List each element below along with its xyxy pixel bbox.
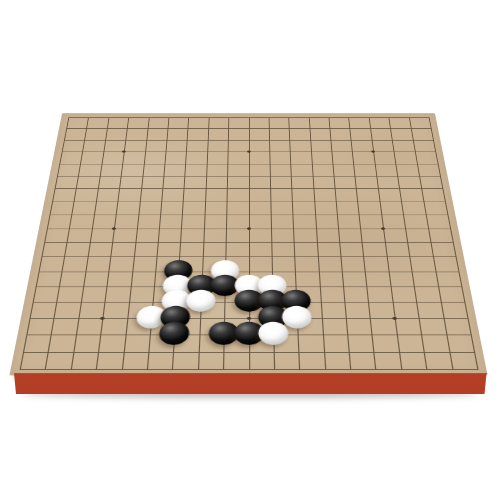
grid-cell [359,214,383,228]
grid-cell [363,256,388,271]
grid-cell [374,163,397,175]
grid-cell [144,139,166,151]
grid-cell [53,302,80,318]
grid-cell [309,139,331,151]
grid-cell [228,128,248,139]
grid-cell [80,286,106,302]
grid-cell [335,201,358,214]
grid-cell [390,128,412,139]
grid-cell [78,302,104,318]
grid-cell [227,139,248,151]
grid-cell [160,201,183,214]
grid-cell [19,351,47,369]
grid-cell [348,351,375,369]
grid-cell [204,201,226,214]
grid-cell [297,334,323,351]
grid-cell [395,163,418,175]
grid-cell [388,271,414,286]
grid-cell [398,351,426,369]
grid-cell [82,139,105,151]
grid-cell [354,175,377,188]
grid-cell [227,163,248,175]
black-stone [158,321,189,344]
grid-cell [288,117,309,128]
grid-cell [248,214,270,228]
grid-cell [225,242,248,256]
grid-cell [110,242,135,256]
grid-cell [291,188,313,201]
grid-cell [64,128,86,139]
grid-cell [226,175,248,188]
grid-cell [318,271,343,286]
grid-cell [122,151,144,163]
grid-cell [117,188,140,201]
grid-cell [269,163,291,175]
grid-cell [412,139,435,151]
grid-cell [185,151,207,163]
grid-cell [167,117,188,128]
grid-cell [333,175,356,188]
grid-cell [142,163,164,175]
grid-cell [180,228,203,242]
grid-cell [331,151,353,163]
grid-cell [162,175,184,188]
grid-cell [123,334,150,351]
grid-cell [66,228,91,242]
grid-cell [408,117,430,128]
grid-cell [371,139,393,151]
grid-cell [361,242,386,256]
grid-cell [106,117,128,128]
grid-cell [163,163,185,175]
grid-cell [121,351,148,369]
grid-cell [366,286,392,302]
grid-cell [95,188,118,201]
grid-cell [139,188,162,201]
grid-cell [115,201,139,214]
grid-cell [225,228,248,242]
grid-cell [202,242,225,256]
star-point [246,316,250,319]
grid-cell [59,271,85,286]
grid-cell [143,151,165,163]
grid-cell [119,175,142,188]
grid-cell [125,128,147,139]
grid-cell [49,201,73,214]
grid-cell [340,256,365,271]
grid-cell [128,286,153,302]
grid-cell [268,139,289,151]
board-drop-shadow [22,389,478,398]
grid-cell [370,128,392,139]
grid-cell [248,188,270,201]
grid-cell [133,242,157,256]
grid-cell [397,175,420,188]
grid-cell [157,228,181,242]
grid-cell [365,271,390,286]
grid-cell [440,302,467,318]
grid-cell [312,175,334,188]
grid-cell [248,201,270,214]
grid-cell [269,151,290,163]
grid-cell [338,228,362,242]
grid-cell [268,117,288,128]
grid-cell [86,117,108,128]
grid-cell [156,242,180,256]
grid-cell [108,256,133,271]
grid-cell [32,286,59,302]
grid-cell [356,188,379,201]
grid-cell [206,139,227,151]
grid-cell [203,214,226,228]
grid-cell [313,201,336,214]
grid-cell [205,163,227,175]
grid-cell [309,128,330,139]
grid-cell [418,175,442,188]
grid-cell [396,334,423,351]
grid-cell [357,201,381,214]
grid-cell [414,151,437,163]
grid-cell [76,175,99,188]
grid-cell [147,117,168,128]
grid-cell [315,228,339,242]
grid-cell [379,201,403,214]
grid-cell [290,163,312,175]
grid-cell [166,128,187,139]
grid-cell [228,117,248,128]
white-stone [185,290,215,312]
grid-cell [103,139,125,151]
grid-cell [270,228,293,242]
grid-cell [71,201,95,214]
grid-cell [205,175,227,188]
grid-cell [146,128,167,139]
grid-cell [345,318,371,335]
grid-cell [288,128,309,139]
grid-cell [56,286,82,302]
grid-cell [61,139,84,151]
board-front-edge-seam [14,373,487,375]
grid-cell [186,139,207,151]
grid-cell [59,151,82,163]
grid-cell [411,271,437,286]
grid-cell [329,128,350,139]
grid-cell [401,201,425,214]
grid-cell [135,228,159,242]
grid-cell [310,151,332,163]
grid-cell [291,175,313,188]
grid-cell [64,242,89,256]
grid-cell [85,256,110,271]
grid-cell [384,242,409,256]
grid-cell [360,228,384,242]
grid-cell [80,151,103,163]
grid-cell [131,256,156,271]
go-board [9,112,487,375]
grid-cell [308,117,329,128]
grid-cell [321,318,347,335]
grid-cell [26,318,54,335]
grid-cell [293,242,317,256]
grid-cell [248,351,273,369]
grid-cell [248,139,269,151]
grid-cell [97,175,120,188]
grid-cell [182,201,205,214]
grid-cell [410,128,432,139]
grid-cell [420,188,444,201]
grid-cell [371,334,398,351]
star-point [392,316,397,319]
grid-cell [23,334,51,351]
grid-cell [349,128,371,139]
grid-cell [432,256,458,271]
grid-cell [445,334,473,351]
grid-cell [435,271,461,286]
grid-cell [248,163,269,175]
grid-cell [146,351,173,369]
grid-cell [414,286,440,302]
grid-cell [377,188,400,201]
grid-cell [423,351,451,369]
grid-cell [226,201,248,214]
grid-cell [437,286,464,302]
grid-cell [405,228,430,242]
grid-cell [248,151,269,163]
grid-cell [381,214,405,228]
grid-cell [106,271,131,286]
grid-cell [57,163,80,175]
grid-cell [29,302,56,318]
grid-cell [341,271,366,286]
grid-cell [448,351,476,369]
grid-cell [136,214,160,228]
grid-cell [203,228,226,242]
grid-cell [179,242,203,256]
grid-cell [334,188,357,201]
grid-cell [207,117,227,128]
grid-cell [248,128,268,139]
grid-cell [409,256,435,271]
grid-cell [105,128,127,139]
grid-cell [45,351,73,369]
grid-cell [330,139,352,151]
grid-cell [271,242,294,256]
grid-cell [416,163,439,175]
grid-cell [137,201,160,214]
grid-cell [314,214,337,228]
grid-cell [158,214,181,228]
go-board-photo [0,0,500,500]
grid-cell [292,214,315,228]
grid-cell [403,214,427,228]
grid-cell [339,242,363,256]
grid-cell [443,318,471,335]
star-point [380,227,384,229]
grid-cell [248,256,271,271]
grid-cell [311,163,333,175]
grid-cell [187,117,208,128]
grid-cell [126,117,147,128]
star-point [246,150,250,152]
grid-cell [46,214,71,228]
grid-cell [418,318,445,335]
grid-cell [399,188,423,201]
grid-cell [386,256,411,271]
star-point [100,316,105,319]
grid-cell [75,318,102,335]
grid-cell [427,228,452,242]
grid-cell [425,214,450,228]
grid-cell [370,318,396,335]
star-point [111,227,115,229]
white-stone [258,321,288,344]
grid-cell [248,242,271,256]
grid-cell [48,334,76,351]
grid-cell [382,228,406,242]
grid-cell [430,242,455,256]
grid-cell [270,214,293,228]
grid-cell [123,139,145,151]
grid-cell [292,201,315,214]
grid-cell [332,163,354,175]
grid-cell [298,351,324,369]
grid-cell [95,351,122,369]
grid-cell [38,256,64,271]
grid-cell [52,188,76,201]
grid-cell [61,256,87,271]
white-stone [282,305,312,327]
grid-cell [319,286,344,302]
grid-cell [294,256,318,271]
grid-cell [51,318,78,335]
grid-cell [350,139,372,151]
grid-cell [372,151,395,163]
grid-cell [98,334,125,351]
grid-cell [41,242,66,256]
grid-cell [226,188,248,201]
grid-cell [270,188,292,201]
grid-cell [353,163,376,175]
star-point [370,150,374,152]
grid-cell [44,228,69,242]
grid-cell [89,228,113,242]
grid-cell [112,228,136,242]
grid-cell [388,117,410,128]
grid-cell [352,151,374,163]
grid-cell [183,175,205,188]
grid-cell [78,163,101,175]
grid-cell [161,188,184,201]
grid-cell [184,163,206,175]
grid-cell [323,351,350,369]
grid-cell [172,351,198,369]
grid-cell [293,228,316,242]
grid-cell [392,302,418,318]
grid-cell [248,175,270,188]
star-point [122,150,126,152]
grid-cell [104,286,130,302]
grid-cell [70,351,98,369]
grid-cell [289,139,310,151]
grid-cell [273,351,299,369]
grid-cell [316,242,340,256]
grid-cell [183,188,205,201]
grid-cell [322,334,348,351]
grid-cell [66,117,88,128]
grid-cell [197,351,223,369]
grid-cell [102,302,128,318]
grid-cell [207,128,228,139]
grid-cell [248,228,271,242]
grid-cell [348,117,369,128]
go-grid [19,117,478,370]
grid-cell [226,214,248,228]
grid-cell [82,271,108,286]
grid-cell [368,117,390,128]
grid-cell [295,271,319,286]
grid-cell [391,139,414,151]
grid-cell [140,175,163,188]
grid-cell [223,351,248,369]
star-point [246,227,250,229]
grid-cell [423,201,447,214]
grid-cell [394,318,421,335]
grid-cell [320,302,345,318]
grid-cell [84,128,106,139]
grid-cell [87,242,112,256]
grid-cell [164,151,186,163]
grid-cell [101,151,124,163]
grid-cell [344,302,370,318]
grid-cell [165,139,187,151]
grid-cell [73,334,100,351]
grid-cell [187,128,208,139]
grid-cell [347,334,374,351]
grid-cell [268,128,289,139]
grid-cell [114,214,138,228]
grid-cell [181,214,204,228]
grid-cell [99,163,122,175]
grid-cell [130,271,155,286]
grid-cell [336,214,360,228]
grid-cell [35,271,61,286]
grid-cell [69,214,93,228]
grid-cell [317,256,341,271]
grid-cell [73,188,97,201]
grid-cell [54,175,78,188]
grid-cell [407,242,432,256]
grid-cell [328,117,349,128]
grid-cell [100,318,126,335]
grid-cell [206,151,227,163]
grid-cell [289,151,311,163]
grid-cell [269,175,291,188]
grid-cell [120,163,143,175]
grid-cell [313,188,336,201]
grid-cell [91,214,115,228]
grid-cell [416,302,443,318]
grid-cell [271,256,295,271]
grid-cell [227,151,248,163]
grid-cell [248,117,268,128]
grid-cell [421,334,449,351]
grid-cell [376,175,399,188]
grid-cell [204,188,226,201]
grid-cell [393,151,416,163]
grid-cell [343,286,368,302]
grid-cell [373,351,400,369]
grid-cell [270,201,292,214]
